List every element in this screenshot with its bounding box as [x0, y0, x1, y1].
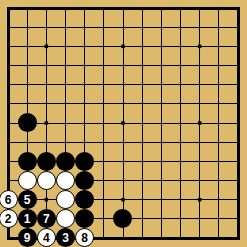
intersection-b4[interactable] — [18, 56, 37, 75]
intersection-i5[interactable] — [152, 75, 171, 94]
intersection-j11[interactable] — [171, 190, 190, 209]
white-stone[interactable] — [18, 171, 37, 190]
white-stone[interactable] — [37, 171, 56, 190]
intersection-d11[interactable] — [56, 190, 75, 209]
intersection-k8[interactable] — [190, 133, 209, 152]
intersection-g3[interactable] — [113, 37, 132, 56]
intersection-c3[interactable] — [37, 37, 56, 56]
intersection-l6[interactable] — [209, 94, 228, 113]
intersection-d1[interactable] — [56, 0, 75, 18]
intersection-d6[interactable] — [56, 94, 75, 113]
intersection-d10[interactable] — [56, 171, 75, 190]
intersection-k7[interactable] — [190, 113, 209, 132]
intersection-a9[interactable] — [0, 152, 18, 171]
intersection-a6[interactable] — [0, 94, 18, 113]
intersection-f8[interactable] — [94, 133, 113, 152]
intersection-i10[interactable] — [152, 171, 171, 190]
intersection-l7[interactable] — [209, 113, 228, 132]
white-stone-move-4[interactable]: 4 — [37, 228, 56, 247]
black-stone[interactable] — [56, 152, 75, 171]
move-number: 5 — [24, 193, 31, 205]
intersection-l8[interactable] — [209, 133, 228, 152]
intersection-m6[interactable] — [228, 94, 247, 113]
intersection-i1[interactable] — [152, 0, 171, 18]
intersection-f4[interactable] — [94, 56, 113, 75]
intersection-m13[interactable] — [228, 228, 247, 247]
intersection-d9[interactable] — [56, 152, 75, 171]
intersection-c13[interactable]: 4 — [37, 228, 56, 247]
intersection-e11[interactable] — [75, 190, 94, 209]
intersection-j12[interactable] — [171, 209, 190, 228]
intersection-h2[interactable] — [133, 18, 152, 37]
intersection-k3[interactable] — [190, 37, 209, 56]
intersection-b11[interactable]: 5 — [18, 190, 37, 209]
intersection-m1[interactable] — [228, 0, 247, 18]
intersection-g8[interactable] — [113, 133, 132, 152]
intersection-k1[interactable] — [190, 0, 209, 18]
white-stone-move-2[interactable]: 2 — [0, 209, 18, 228]
intersection-i2[interactable] — [152, 18, 171, 37]
intersection-c11[interactable] — [37, 190, 56, 209]
intersection-i7[interactable] — [152, 113, 171, 132]
move-number: 9 — [24, 231, 31, 243]
white-stone[interactable] — [56, 190, 75, 209]
intersection-g10[interactable] — [113, 171, 132, 190]
intersection-b10[interactable] — [18, 171, 37, 190]
intersection-e7[interactable] — [75, 113, 94, 132]
intersection-b3[interactable] — [18, 37, 37, 56]
intersection-e10[interactable] — [75, 171, 94, 190]
intersection-l10[interactable] — [209, 171, 228, 190]
black-stone-move-9[interactable]: 9 — [18, 228, 37, 247]
intersection-m10[interactable] — [228, 171, 247, 190]
intersection-g5[interactable] — [113, 75, 132, 94]
move-number: 7 — [43, 212, 50, 224]
intersection-f1[interactable] — [94, 0, 113, 18]
intersection-i8[interactable] — [152, 133, 171, 152]
intersection-k13[interactable] — [190, 228, 209, 247]
intersection-i3[interactable] — [152, 37, 171, 56]
intersection-d3[interactable] — [56, 37, 75, 56]
intersection-b12[interactable]: 1 — [18, 209, 37, 228]
intersection-a2[interactable] — [0, 18, 18, 37]
intersection-c6[interactable] — [37, 94, 56, 113]
intersection-e5[interactable] — [75, 75, 94, 94]
move-number: 8 — [81, 231, 88, 243]
black-stone[interactable] — [75, 152, 94, 171]
intersection-l12[interactable] — [209, 209, 228, 228]
intersection-a12[interactable]: 2 — [0, 209, 18, 228]
intersection-h13[interactable] — [133, 228, 152, 247]
intersection-h10[interactable] — [133, 171, 152, 190]
intersection-j10[interactable] — [171, 171, 190, 190]
intersection-c5[interactable] — [37, 75, 56, 94]
intersection-e3[interactable] — [75, 37, 94, 56]
intersection-m8[interactable] — [228, 133, 247, 152]
move-number: 1 — [24, 212, 31, 224]
intersection-a11[interactable]: 6 — [0, 190, 18, 209]
intersection-a3[interactable] — [0, 37, 18, 56]
intersection-f6[interactable] — [94, 94, 113, 113]
move-number: 2 — [5, 212, 12, 224]
white-stone-move-8[interactable]: 8 — [75, 228, 94, 247]
intersection-a7[interactable] — [0, 113, 18, 132]
intersection-e2[interactable] — [75, 18, 94, 37]
black-stone[interactable] — [75, 190, 94, 209]
black-stone-move-1[interactable]: 1 — [18, 209, 37, 228]
intersection-m12[interactable] — [228, 209, 247, 228]
intersection-a8[interactable] — [0, 133, 18, 152]
intersection-i11[interactable] — [152, 190, 171, 209]
intersection-f5[interactable] — [94, 75, 113, 94]
intersection-h12[interactable] — [133, 209, 152, 228]
intersection-h6[interactable] — [133, 94, 152, 113]
intersection-l13[interactable] — [209, 228, 228, 247]
intersection-e4[interactable] — [75, 56, 94, 75]
intersection-l2[interactable] — [209, 18, 228, 37]
intersection-b7[interactable] — [18, 113, 37, 132]
intersection-e12[interactable] — [75, 209, 94, 228]
intersection-j8[interactable] — [171, 133, 190, 152]
intersection-d12[interactable] — [56, 209, 75, 228]
white-stone-move-6[interactable]: 6 — [0, 190, 18, 209]
intersection-l9[interactable] — [209, 152, 228, 171]
intersection-k10[interactable] — [190, 171, 209, 190]
intersection-h1[interactable] — [133, 0, 152, 18]
white-stone[interactable] — [56, 209, 75, 228]
black-stone[interactable] — [18, 152, 37, 171]
intersection-c7[interactable] — [37, 113, 56, 132]
intersection-d2[interactable] — [56, 18, 75, 37]
intersection-b13[interactable]: 9 — [18, 228, 37, 247]
intersection-f11[interactable] — [94, 190, 113, 209]
intersection-a13[interactable] — [0, 228, 18, 247]
black-stone-move-5[interactable]: 5 — [18, 190, 37, 209]
intersection-f3[interactable] — [94, 37, 113, 56]
intersection-h9[interactable] — [133, 152, 152, 171]
intersection-c12[interactable]: 7 — [37, 209, 56, 228]
intersection-j4[interactable] — [171, 56, 190, 75]
intersection-a1[interactable] — [0, 0, 18, 18]
intersection-e1[interactable] — [75, 0, 94, 18]
intersection-j1[interactable] — [171, 0, 190, 18]
intersection-h8[interactable] — [133, 133, 152, 152]
intersection-d13[interactable]: 3 — [56, 228, 75, 247]
intersection-a5[interactable] — [0, 75, 18, 94]
intersection-k12[interactable] — [190, 209, 209, 228]
intersection-m11[interactable] — [228, 190, 247, 209]
intersection-h3[interactable] — [133, 37, 152, 56]
intersection-j13[interactable] — [171, 228, 190, 247]
intersection-a4[interactable] — [0, 56, 18, 75]
intersection-j3[interactable] — [171, 37, 190, 56]
intersection-g2[interactable] — [113, 18, 132, 37]
intersection-h11[interactable] — [133, 190, 152, 209]
intersection-c8[interactable] — [37, 133, 56, 152]
intersection-j6[interactable] — [171, 94, 190, 113]
intersection-d5[interactable] — [56, 75, 75, 94]
intersection-a10[interactable] — [0, 171, 18, 190]
intersection-k6[interactable] — [190, 94, 209, 113]
intersection-g12[interactable] — [113, 209, 132, 228]
intersection-i6[interactable] — [152, 94, 171, 113]
intersection-m5[interactable] — [228, 75, 247, 94]
move-number: 6 — [5, 193, 12, 205]
intersection-c1[interactable] — [37, 0, 56, 18]
intersection-h5[interactable] — [133, 75, 152, 94]
intersection-f9[interactable] — [94, 152, 113, 171]
intersection-c10[interactable] — [37, 171, 56, 190]
intersection-g7[interactable] — [113, 113, 132, 132]
intersection-k9[interactable] — [190, 152, 209, 171]
intersection-b6[interactable] — [18, 94, 37, 113]
intersection-g4[interactable] — [113, 56, 132, 75]
intersection-l5[interactable] — [209, 75, 228, 94]
black-stone-move-3[interactable]: 3 — [56, 228, 75, 247]
intersection-i13[interactable] — [152, 228, 171, 247]
intersection-g13[interactable] — [113, 228, 132, 247]
intersection-m3[interactable] — [228, 37, 247, 56]
move-number: 4 — [43, 231, 50, 243]
intersection-c4[interactable] — [37, 56, 56, 75]
intersection-d7[interactable] — [56, 113, 75, 132]
intersection-b5[interactable] — [18, 75, 37, 94]
intersection-b8[interactable] — [18, 133, 37, 152]
intersection-g9[interactable] — [113, 152, 132, 171]
black-stone[interactable] — [75, 209, 94, 228]
intersection-c9[interactable] — [37, 152, 56, 171]
intersection-f10[interactable] — [94, 171, 113, 190]
intersection-j5[interactable] — [171, 75, 190, 94]
intersection-k11[interactable] — [190, 190, 209, 209]
intersection-e13[interactable]: 8 — [75, 228, 94, 247]
black-stone-move-7[interactable]: 7 — [37, 209, 56, 228]
intersection-m4[interactable] — [228, 56, 247, 75]
intersection-k4[interactable] — [190, 56, 209, 75]
intersection-f7[interactable] — [94, 113, 113, 132]
intersection-k2[interactable] — [190, 18, 209, 37]
intersection-f12[interactable] — [94, 209, 113, 228]
intersection-d4[interactable] — [56, 56, 75, 75]
black-stone[interactable] — [18, 113, 37, 132]
intersection-m7[interactable] — [228, 113, 247, 132]
intersection-f2[interactable] — [94, 18, 113, 37]
intersection-e6[interactable] — [75, 94, 94, 113]
intersection-j9[interactable] — [171, 152, 190, 171]
intersection-b9[interactable] — [18, 152, 37, 171]
go-board: 652179438 — [0, 0, 247, 247]
intersection-c2[interactable] — [37, 18, 56, 37]
move-number: 3 — [62, 231, 69, 243]
intersection-h7[interactable] — [133, 113, 152, 132]
intersection-d8[interactable] — [56, 133, 75, 152]
intersection-i12[interactable] — [152, 209, 171, 228]
intersection-j7[interactable] — [171, 113, 190, 132]
intersection-e8[interactable] — [75, 133, 94, 152]
black-stone[interactable] — [75, 171, 94, 190]
intersection-b1[interactable] — [18, 0, 37, 18]
intersection-i9[interactable] — [152, 152, 171, 171]
black-stone[interactable] — [113, 209, 132, 228]
intersection-j2[interactable] — [171, 18, 190, 37]
intersection-l11[interactable] — [209, 190, 228, 209]
intersection-i4[interactable] — [152, 56, 171, 75]
intersection-g6[interactable] — [113, 94, 132, 113]
intersection-m9[interactable] — [228, 152, 247, 171]
black-stone[interactable] — [37, 152, 56, 171]
intersection-l4[interactable] — [209, 56, 228, 75]
board-intersections: 652179438 — [0, 0, 247, 247]
intersection-h4[interactable] — [133, 56, 152, 75]
intersection-l1[interactable] — [209, 0, 228, 18]
intersection-g11[interactable] — [113, 190, 132, 209]
intersection-l3[interactable] — [209, 37, 228, 56]
intersection-m2[interactable] — [228, 18, 247, 37]
intersection-k5[interactable] — [190, 75, 209, 94]
intersection-g1[interactable] — [113, 0, 132, 18]
intersection-f13[interactable] — [94, 228, 113, 247]
intersection-b2[interactable] — [18, 18, 37, 37]
intersection-e9[interactable] — [75, 152, 94, 171]
white-stone[interactable] — [56, 171, 75, 190]
